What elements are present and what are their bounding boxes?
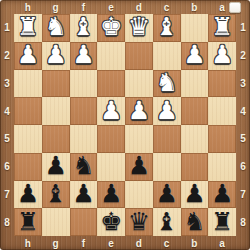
square-e2[interactable]: [97, 42, 125, 70]
square-h6[interactable]: [14, 153, 42, 181]
white-pawn-icon[interactable]: ♟: [183, 42, 205, 67]
white-king-icon[interactable]: ♚: [100, 14, 122, 39]
square-f8[interactable]: [70, 208, 98, 236]
file-label-e: e: [97, 236, 125, 250]
white-knight-icon[interactable]: ♞: [155, 70, 177, 95]
file-label-h: h: [14, 236, 42, 250]
square-b7[interactable]: ♟: [181, 181, 209, 209]
square-d2[interactable]: [125, 42, 153, 70]
rank-label-5: 5: [0, 125, 14, 153]
square-b6[interactable]: [181, 153, 209, 181]
square-f2[interactable]: ♟: [70, 42, 98, 70]
square-e3[interactable]: [97, 70, 125, 98]
square-a6[interactable]: [208, 153, 236, 181]
square-g1[interactable]: ♞: [42, 14, 70, 42]
rank-label-8: 8: [0, 208, 14, 236]
black-rook-icon[interactable]: ♜: [211, 209, 233, 234]
square-d7[interactable]: [125, 181, 153, 209]
rank-label-7: 7: [0, 181, 14, 209]
file-label-e: e: [97, 0, 125, 14]
file-label-g: g: [42, 236, 70, 250]
rank-label-2: 2: [236, 42, 250, 70]
file-labels-top: hgfedcba: [14, 0, 236, 14]
black-knight-icon[interactable]: ♞: [72, 153, 94, 178]
square-g3[interactable]: [42, 70, 70, 98]
square-b8[interactable]: ♞: [181, 208, 209, 236]
board-grid: ♜♞♝♚♛♝♜♟♟♟♟♟♞♟♟♟♟♞♟♟♝♟♟♟♟♟♜♚♛♝♞♜: [14, 14, 236, 236]
rank-label-1: 1: [0, 14, 14, 42]
square-h3[interactable]: [14, 70, 42, 98]
square-h7[interactable]: ♟: [14, 181, 42, 209]
rank-label-7: 7: [236, 181, 250, 209]
black-pawn-icon[interactable]: ♟: [155, 181, 177, 206]
file-label-b: b: [181, 236, 209, 250]
square-g4[interactable]: [42, 97, 70, 125]
black-rook-icon[interactable]: ♜: [17, 209, 39, 234]
square-a3[interactable]: [208, 70, 236, 98]
file-label-f: f: [70, 0, 98, 14]
square-d3[interactable]: [125, 70, 153, 98]
rank-label-4: 4: [0, 97, 14, 125]
white-rook-icon[interactable]: ♜: [17, 14, 39, 39]
white-pawn-icon[interactable]: ♟: [155, 98, 177, 123]
square-h1[interactable]: ♜: [14, 14, 42, 42]
rank-label-6: 6: [0, 153, 14, 181]
black-pawn-icon[interactable]: ♟: [17, 181, 39, 206]
square-e4[interactable]: ♟: [97, 97, 125, 125]
square-h8[interactable]: ♜: [14, 208, 42, 236]
white-pawn-icon[interactable]: ♟: [44, 42, 66, 67]
black-queen-icon[interactable]: ♛: [128, 209, 150, 234]
rank-label-1: 1: [236, 14, 250, 42]
black-pawn-icon[interactable]: ♟: [183, 181, 205, 206]
file-label-d: d: [125, 0, 153, 14]
black-bishop-icon[interactable]: ♝: [44, 181, 66, 206]
file-label-f: f: [70, 236, 98, 250]
square-c7[interactable]: ♟: [153, 181, 181, 209]
square-b1[interactable]: [181, 14, 209, 42]
square-b2[interactable]: ♟: [181, 42, 209, 70]
square-a5[interactable]: [208, 125, 236, 153]
rank-labels-right: 12345678: [236, 14, 250, 236]
square-c5[interactable]: [153, 125, 181, 153]
square-h2[interactable]: ♟: [14, 42, 42, 70]
white-bishop-icon[interactable]: ♝: [155, 14, 177, 39]
square-b3[interactable]: [181, 70, 209, 98]
rank-label-3: 3: [236, 70, 250, 98]
square-g2[interactable]: ♟: [42, 42, 70, 70]
square-g8[interactable]: [42, 208, 70, 236]
white-pawn-icon[interactable]: ♟: [72, 42, 94, 67]
square-g6[interactable]: ♟: [42, 153, 70, 181]
black-king-icon[interactable]: ♚: [100, 209, 122, 234]
square-a1[interactable]: ♜: [208, 14, 236, 42]
black-pawn-icon[interactable]: ♟: [211, 181, 233, 206]
square-d4[interactable]: ♟: [125, 97, 153, 125]
black-pawn-icon[interactable]: ♟: [128, 153, 150, 178]
white-pawn-icon[interactable]: ♟: [17, 42, 39, 67]
square-g7[interactable]: ♝: [42, 181, 70, 209]
black-pawn-icon[interactable]: ♟: [72, 181, 94, 206]
square-c3[interactable]: ♞: [153, 70, 181, 98]
white-bishop-icon[interactable]: ♝: [72, 14, 94, 39]
square-f4[interactable]: [70, 97, 98, 125]
black-bishop-icon[interactable]: ♝: [155, 209, 177, 234]
square-h5[interactable]: [14, 125, 42, 153]
square-a2[interactable]: ♟: [208, 42, 236, 70]
square-d1[interactable]: ♛: [125, 14, 153, 42]
square-f7[interactable]: ♟: [70, 181, 98, 209]
square-e1[interactable]: ♚: [97, 14, 125, 42]
file-label-a: a: [208, 236, 236, 250]
square-e8[interactable]: ♚: [97, 208, 125, 236]
square-e7[interactable]: ♟: [97, 181, 125, 209]
rank-labels-left: 12345678: [0, 14, 14, 236]
square-d8[interactable]: ♛: [125, 208, 153, 236]
chess-board-widget: hgfedcba hgfedcba 12345678 12345678 ♜♞♝♚…: [0, 0, 250, 250]
square-f1[interactable]: ♝: [70, 14, 98, 42]
square-a4[interactable]: [208, 97, 236, 125]
black-pawn-icon[interactable]: ♟: [44, 153, 66, 178]
white-pawn-icon[interactable]: ♟: [100, 98, 122, 123]
square-f5[interactable]: [70, 125, 98, 153]
rank-label-4: 4: [236, 97, 250, 125]
rank-label-2: 2: [0, 42, 14, 70]
square-e5[interactable]: [97, 125, 125, 153]
square-d6[interactable]: ♟: [125, 153, 153, 181]
white-knight-icon[interactable]: ♞: [44, 14, 66, 39]
black-knight-icon[interactable]: ♞: [183, 209, 205, 234]
file-label-g: g: [42, 0, 70, 14]
square-b5[interactable]: [181, 125, 209, 153]
rank-label-8: 8: [236, 208, 250, 236]
white-queen-icon[interactable]: ♛: [128, 14, 150, 39]
file-label-c: c: [153, 0, 181, 14]
square-a8[interactable]: ♜: [208, 208, 236, 236]
square-c8[interactable]: ♝: [153, 208, 181, 236]
rank-label-3: 3: [0, 70, 14, 98]
square-c4[interactable]: ♟: [153, 97, 181, 125]
square-g5[interactable]: [42, 125, 70, 153]
square-f3[interactable]: [70, 70, 98, 98]
file-label-d: d: [125, 236, 153, 250]
white-pawn-icon[interactable]: ♟: [211, 42, 233, 67]
square-a7[interactable]: ♟: [208, 181, 236, 209]
square-c2[interactable]: [153, 42, 181, 70]
square-b4[interactable]: [181, 97, 209, 125]
square-f6[interactable]: ♞: [70, 153, 98, 181]
file-label-b: b: [181, 0, 209, 14]
rank-label-5: 5: [236, 125, 250, 153]
square-e6[interactable]: [97, 153, 125, 181]
white-to-move-indicator: [229, 2, 241, 13]
file-labels-bottom: hgfedcba: [14, 236, 236, 250]
file-label-c: c: [153, 236, 181, 250]
white-pawn-icon[interactable]: ♟: [128, 98, 150, 123]
square-c1[interactable]: ♝: [153, 14, 181, 42]
file-label-h: h: [14, 0, 42, 14]
black-pawn-icon[interactable]: ♟: [100, 181, 122, 206]
square-d5[interactable]: [125, 125, 153, 153]
rank-label-6: 6: [236, 153, 250, 181]
square-c6[interactable]: [153, 153, 181, 181]
square-h4[interactable]: [14, 97, 42, 125]
white-rook-icon[interactable]: ♜: [211, 14, 233, 39]
